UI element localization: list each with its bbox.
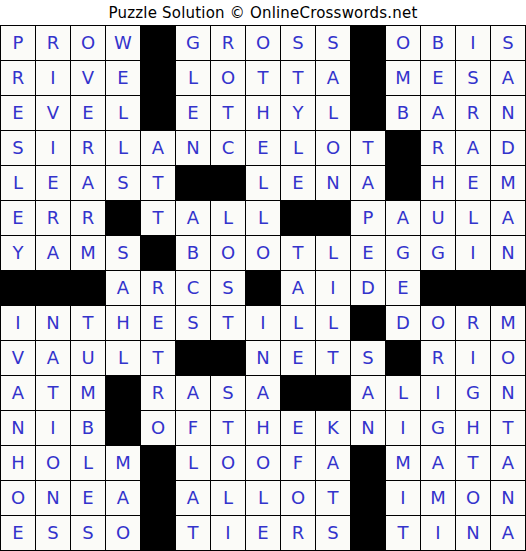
- cell-r15c4: O: [106, 516, 140, 550]
- cell-r12c10: K: [316, 411, 350, 445]
- black-cell-r10c6: [176, 341, 210, 375]
- cell-r11c14: G: [456, 376, 490, 410]
- cell-r15c7: I: [211, 516, 245, 550]
- cell-r14c4: A: [106, 481, 140, 515]
- cell-r1c14: I: [456, 26, 490, 60]
- cell-r15c1: E: [1, 516, 35, 550]
- cell-r13c8: O: [246, 446, 280, 480]
- cell-r2c12: M: [386, 61, 420, 95]
- cell-r5c13: H: [421, 166, 455, 200]
- cell-r1c15: S: [491, 26, 525, 60]
- cell-r3c14: R: [456, 96, 490, 130]
- black-cell-r15c11: [351, 516, 385, 550]
- black-cell-r8c15: [491, 271, 525, 305]
- cell-r5c4: S: [106, 166, 140, 200]
- cell-r2c2: I: [36, 61, 70, 95]
- cell-r13c6: L: [176, 446, 210, 480]
- cell-r15c10: S: [316, 516, 350, 550]
- cell-r4c15: D: [491, 131, 525, 165]
- cell-r14c13: M: [421, 481, 455, 515]
- cell-r2c10: A: [316, 61, 350, 95]
- cell-r15c6: T: [176, 516, 210, 550]
- black-cell-r8c8: [246, 271, 280, 305]
- cell-r10c14: I: [456, 341, 490, 375]
- cell-r12c7: T: [211, 411, 245, 445]
- cell-r10c4: L: [106, 341, 140, 375]
- cell-r10c2: A: [36, 341, 70, 375]
- cell-r13c9: F: [281, 446, 315, 480]
- cell-r4c7: C: [211, 131, 245, 165]
- cell-r11c7: S: [211, 376, 245, 410]
- cell-r6c2: R: [36, 201, 70, 235]
- cell-r3c13: A: [421, 96, 455, 130]
- cell-r12c9: E: [281, 411, 315, 445]
- cell-r13c10: A: [316, 446, 350, 480]
- black-cell-r14c5: [141, 481, 175, 515]
- black-cell-r8c2: [36, 271, 70, 305]
- cell-r4c6: N: [176, 131, 210, 165]
- cell-r9c7: T: [211, 306, 245, 340]
- cell-r9c8: I: [246, 306, 280, 340]
- cell-r6c5: T: [141, 201, 175, 235]
- cell-r5c11: A: [351, 166, 385, 200]
- cell-r8c11: D: [351, 271, 385, 305]
- black-cell-r8c1: [1, 271, 35, 305]
- cell-r14c15: N: [491, 481, 525, 515]
- cell-r2c4: E: [106, 61, 140, 95]
- cell-r1c6: G: [176, 26, 210, 60]
- black-cell-r13c5: [141, 446, 175, 480]
- cell-r10c1: V: [1, 341, 35, 375]
- cell-r15c15: A: [491, 516, 525, 550]
- cell-r6c13: U: [421, 201, 455, 235]
- cell-r1c9: S: [281, 26, 315, 60]
- cell-r8c9: A: [281, 271, 315, 305]
- cell-r5c3: A: [71, 166, 105, 200]
- black-cell-r8c13: [421, 271, 455, 305]
- cell-r11c1: A: [1, 376, 35, 410]
- cell-r8c12: E: [386, 271, 420, 305]
- cell-r6c11: P: [351, 201, 385, 235]
- cell-r15c12: T: [386, 516, 420, 550]
- cell-r7c4: S: [106, 236, 140, 270]
- cell-r11c15: N: [491, 376, 525, 410]
- cell-r14c3: E: [71, 481, 105, 515]
- cell-r13c14: T: [456, 446, 490, 480]
- cell-r3c15: N: [491, 96, 525, 130]
- cell-r9c2: N: [36, 306, 70, 340]
- cell-r5c14: E: [456, 166, 490, 200]
- cell-r12c2: I: [36, 411, 70, 445]
- cell-r15c13: I: [421, 516, 455, 550]
- cell-r4c11: T: [351, 131, 385, 165]
- cell-r14c2: N: [36, 481, 70, 515]
- cell-r1c12: O: [386, 26, 420, 60]
- cell-r1c8: O: [246, 26, 280, 60]
- cell-r7c11: E: [351, 236, 385, 270]
- cell-r7c1: Y: [1, 236, 35, 270]
- cell-r1c1: P: [1, 26, 35, 60]
- cell-r5c5: T: [141, 166, 175, 200]
- cell-r9c14: R: [456, 306, 490, 340]
- cell-r5c9: E: [281, 166, 315, 200]
- cell-r14c10: T: [316, 481, 350, 515]
- cell-r11c12: L: [386, 376, 420, 410]
- cell-r4c13: R: [421, 131, 455, 165]
- black-cell-r3c5: [141, 96, 175, 130]
- black-cell-r10c12: [386, 341, 420, 375]
- black-cell-r4c12: [386, 131, 420, 165]
- black-cell-r8c14: [456, 271, 490, 305]
- cell-r1c3: O: [71, 26, 105, 60]
- cell-r8c6: C: [176, 271, 210, 305]
- cell-r3c10: L: [316, 96, 350, 130]
- cell-r7c12: G: [386, 236, 420, 270]
- cell-r9c10: L: [316, 306, 350, 340]
- black-cell-r12c4: [106, 411, 140, 445]
- black-cell-r11c10: [316, 376, 350, 410]
- cell-r15c2: S: [36, 516, 70, 550]
- cell-r6c7: L: [211, 201, 245, 235]
- cell-r5c1: L: [1, 166, 35, 200]
- black-cell-r9c11: [351, 306, 385, 340]
- cell-r14c8: L: [246, 481, 280, 515]
- cell-r3c8: H: [246, 96, 280, 130]
- cell-r15c14: N: [456, 516, 490, 550]
- black-cell-r3c11: [351, 96, 385, 130]
- cell-r6c12: A: [386, 201, 420, 235]
- cell-r14c1: O: [1, 481, 35, 515]
- black-cell-r1c5: [141, 26, 175, 60]
- cell-r12c8: H: [246, 411, 280, 445]
- cell-r7c2: A: [36, 236, 70, 270]
- black-cell-r15c5: [141, 516, 175, 550]
- cell-r13c15: A: [491, 446, 525, 480]
- cell-r13c2: O: [36, 446, 70, 480]
- black-cell-r2c11: [351, 61, 385, 95]
- cell-r7c3: M: [71, 236, 105, 270]
- cell-r10c11: S: [351, 341, 385, 375]
- cell-r10c8: N: [246, 341, 280, 375]
- cell-r9c4: H: [106, 306, 140, 340]
- cell-r7c8: O: [246, 236, 280, 270]
- cell-r2c9: T: [281, 61, 315, 95]
- cell-r8c5: R: [141, 271, 175, 305]
- cell-r2c7: O: [211, 61, 245, 95]
- black-cell-r10c7: [211, 341, 245, 375]
- cell-r3c1: E: [1, 96, 35, 130]
- cell-r10c3: U: [71, 341, 105, 375]
- cell-r10c5: T: [141, 341, 175, 375]
- cell-r3c9: Y: [281, 96, 315, 130]
- cell-r10c10: T: [316, 341, 350, 375]
- cell-r7c14: I: [456, 236, 490, 270]
- cell-r14c14: O: [456, 481, 490, 515]
- cell-r13c7: O: [211, 446, 245, 480]
- cell-r11c8: A: [246, 376, 280, 410]
- cell-r12c14: H: [456, 411, 490, 445]
- cell-r2c15: A: [491, 61, 525, 95]
- cell-r13c13: A: [421, 446, 455, 480]
- cell-r9c9: L: [281, 306, 315, 340]
- cell-r10c9: E: [281, 341, 315, 375]
- black-cell-r11c4: [106, 376, 140, 410]
- cell-r11c2: T: [36, 376, 70, 410]
- cell-r7c7: O: [211, 236, 245, 270]
- cell-r12c6: F: [176, 411, 210, 445]
- cell-r4c5: A: [141, 131, 175, 165]
- cell-r7c6: B: [176, 236, 210, 270]
- cell-r5c15: M: [491, 166, 525, 200]
- cell-r4c9: L: [281, 131, 315, 165]
- cell-r3c3: E: [71, 96, 105, 130]
- cell-r5c8: L: [246, 166, 280, 200]
- cell-r2c14: S: [456, 61, 490, 95]
- cell-r10c15: O: [491, 341, 525, 375]
- cell-r7c9: T: [281, 236, 315, 270]
- cell-r11c6: A: [176, 376, 210, 410]
- cell-r15c8: E: [246, 516, 280, 550]
- cell-r12c11: N: [351, 411, 385, 445]
- black-cell-r11c9: [281, 376, 315, 410]
- cell-r2c6: L: [176, 61, 210, 95]
- cell-r11c13: I: [421, 376, 455, 410]
- crossword-board: PROWGROSSOBISRIVELOTTAMESAEVELETHYLBARNS…: [0, 25, 526, 551]
- black-cell-r5c12: [386, 166, 420, 200]
- cell-r9c1: I: [1, 306, 35, 340]
- cell-r15c9: R: [281, 516, 315, 550]
- cell-r14c9: O: [281, 481, 315, 515]
- cell-r4c2: I: [36, 131, 70, 165]
- cell-r3c12: B: [386, 96, 420, 130]
- black-cell-r8c3: [71, 271, 105, 305]
- cell-r7c10: L: [316, 236, 350, 270]
- cell-r14c12: I: [386, 481, 420, 515]
- cell-r4c8: E: [246, 131, 280, 165]
- cell-r11c3: M: [71, 376, 105, 410]
- cell-r8c4: A: [106, 271, 140, 305]
- cell-r9c6: S: [176, 306, 210, 340]
- cell-r8c7: S: [211, 271, 245, 305]
- cell-r1c7: R: [211, 26, 245, 60]
- cell-r12c3: B: [71, 411, 105, 445]
- cell-r13c12: M: [386, 446, 420, 480]
- cell-r15c3: S: [71, 516, 105, 550]
- cell-r3c4: L: [106, 96, 140, 130]
- cell-r2c8: T: [246, 61, 280, 95]
- cell-r9c5: E: [141, 306, 175, 340]
- cell-r7c13: G: [421, 236, 455, 270]
- cell-r12c15: T: [491, 411, 525, 445]
- cell-r5c10: N: [316, 166, 350, 200]
- cell-r4c1: S: [1, 131, 35, 165]
- black-cell-r5c6: [176, 166, 210, 200]
- cell-r5c2: E: [36, 166, 70, 200]
- cell-r9c13: O: [421, 306, 455, 340]
- cell-r4c10: O: [316, 131, 350, 165]
- cell-r1c13: B: [421, 26, 455, 60]
- cell-r2c3: V: [71, 61, 105, 95]
- cell-r3c7: T: [211, 96, 245, 130]
- cell-r13c1: H: [1, 446, 35, 480]
- cell-r1c4: W: [106, 26, 140, 60]
- page-title: Puzzle Solution © OnlineCrosswords.net: [0, 0, 526, 25]
- cell-r6c14: L: [456, 201, 490, 235]
- cell-r14c6: A: [176, 481, 210, 515]
- black-cell-r6c9: [281, 201, 315, 235]
- cell-r4c14: A: [456, 131, 490, 165]
- cell-r12c13: G: [421, 411, 455, 445]
- black-cell-r6c10: [316, 201, 350, 235]
- cell-r10c13: R: [421, 341, 455, 375]
- cell-r6c8: L: [246, 201, 280, 235]
- cell-r3c6: E: [176, 96, 210, 130]
- cell-r6c6: A: [176, 201, 210, 235]
- cell-r13c4: M: [106, 446, 140, 480]
- black-cell-r6c4: [106, 201, 140, 235]
- black-cell-r14c11: [351, 481, 385, 515]
- cell-r1c2: R: [36, 26, 70, 60]
- cell-r12c1: N: [1, 411, 35, 445]
- cell-r9c15: M: [491, 306, 525, 340]
- black-cell-r1c11: [351, 26, 385, 60]
- black-cell-r7c5: [141, 236, 175, 270]
- cell-r11c5: R: [141, 376, 175, 410]
- cell-r4c3: R: [71, 131, 105, 165]
- black-cell-r13c11: [351, 446, 385, 480]
- cell-r11c11: A: [351, 376, 385, 410]
- cell-r12c5: O: [141, 411, 175, 445]
- cell-r1c10: S: [316, 26, 350, 60]
- cell-r14c7: L: [211, 481, 245, 515]
- cell-r12c12: I: [386, 411, 420, 445]
- cell-r7c15: N: [491, 236, 525, 270]
- cell-r9c3: T: [71, 306, 105, 340]
- black-cell-r2c5: [141, 61, 175, 95]
- cell-r13c3: L: [71, 446, 105, 480]
- cell-r3c2: V: [36, 96, 70, 130]
- cell-r6c3: R: [71, 201, 105, 235]
- cell-r2c13: E: [421, 61, 455, 95]
- cell-r2c1: R: [1, 61, 35, 95]
- black-cell-r5c7: [211, 166, 245, 200]
- cell-r6c15: A: [491, 201, 525, 235]
- cell-r4c4: L: [106, 131, 140, 165]
- cell-r9c12: D: [386, 306, 420, 340]
- cell-r6c1: E: [1, 201, 35, 235]
- cell-r8c10: I: [316, 271, 350, 305]
